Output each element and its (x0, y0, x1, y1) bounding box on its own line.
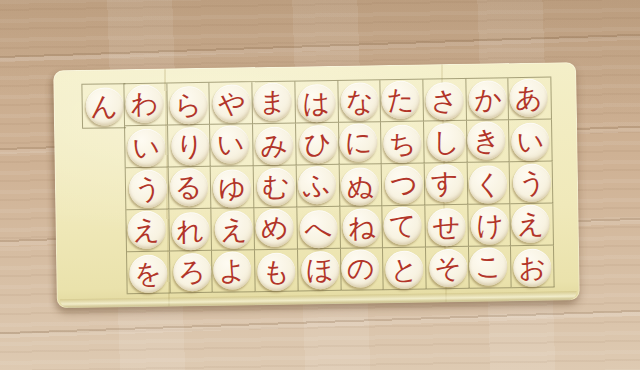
kana-tile[interactable]: い (127, 128, 166, 167)
kana-tile[interactable]: く (469, 165, 508, 204)
grid-cell: ろ (170, 251, 213, 294)
grid-cell: ね (340, 206, 383, 249)
grid-cell: い (210, 124, 253, 167)
kana-tile[interactable]: と (385, 250, 424, 289)
grid-cell: む (254, 165, 297, 208)
kana-tile[interactable]: の (341, 249, 380, 288)
grid-cell: せ (425, 205, 468, 248)
kana-tile[interactable]: り (171, 126, 210, 165)
grid-cell: か (466, 78, 509, 121)
grid-cell: た (381, 79, 424, 122)
kana-tile[interactable]: ま (253, 82, 292, 121)
kana-tile[interactable]: て (383, 206, 422, 245)
kana-tile[interactable]: ゆ (213, 169, 252, 208)
kana-tile[interactable]: け (471, 206, 510, 245)
kana-tile[interactable]: は (297, 83, 336, 122)
kana-tile[interactable]: を (129, 254, 168, 293)
grid-cell: す (425, 163, 468, 206)
grid-cell: や (210, 82, 253, 125)
grid-cell: ゆ (211, 166, 254, 209)
grid-cell: ぬ (339, 164, 382, 207)
grid-cell: を (127, 251, 170, 294)
hiragana-board: ん わらやまはなたさかあいりいみひにちしきいうるゆむふぬつすくうえれえめへねてせ… (53, 62, 580, 308)
kana-tile[interactable]: み (255, 126, 294, 165)
board-grid: わらやまはなたさかあいりいみひにちしきいうるゆむふぬつすくうえれえめへねてせけえ… (123, 76, 554, 294)
kana-tile[interactable]: こ (469, 247, 508, 286)
grid-cell: わ (124, 84, 167, 127)
grid-cell: こ (469, 246, 512, 289)
kana-tile[interactable]: な (341, 82, 380, 121)
kana-tile[interactable]: や (213, 84, 252, 123)
kana-tile[interactable]: ほ (301, 250, 340, 289)
grid-cell: よ (212, 250, 255, 293)
grid-cell: り (168, 125, 211, 168)
kana-tile[interactable]: ぬ (341, 167, 380, 206)
kana-tile[interactable]: い (511, 122, 550, 161)
kana-tile[interactable]: あ (509, 78, 548, 117)
kana-tile[interactable]: え (511, 204, 550, 243)
kana-tile[interactable]: さ (425, 81, 464, 120)
kana-tile[interactable]: れ (171, 211, 210, 250)
grid-cell: ち (381, 121, 424, 164)
grid-cell: く (467, 162, 510, 205)
kana-tile[interactable]: す (425, 163, 464, 202)
grid-cell: ふ (296, 165, 339, 208)
grid-cell: え (511, 203, 554, 246)
kana-tile[interactable]: わ (125, 84, 164, 123)
grid-cell: い (125, 126, 168, 169)
grid-cell: き (467, 120, 510, 163)
grid-cell: う (510, 161, 553, 204)
grid-cell: と (383, 247, 426, 290)
grid-cell: な (338, 80, 381, 123)
kana-tile[interactable]: え (127, 210, 166, 249)
kana-tile[interactable]: も (257, 252, 296, 291)
grid-cell: け (468, 204, 511, 247)
grid-cell: の (340, 248, 383, 291)
kana-tile[interactable]: し (427, 122, 466, 161)
grid-cell: み (253, 123, 296, 166)
grid-cell: ら (167, 83, 210, 126)
kana-tile[interactable]: う (129, 169, 168, 208)
kana-tile[interactable]: か (469, 80, 508, 119)
grid-cell: え (126, 209, 169, 252)
grid-cell: れ (169, 209, 212, 252)
grid-cell: お (511, 245, 554, 288)
kana-tile[interactable]: え (215, 210, 254, 249)
kana-tile[interactable]: う (513, 163, 552, 202)
kana-tile[interactable]: ら (169, 85, 208, 124)
grid-cell: そ (426, 247, 469, 290)
grid-cell: さ (423, 79, 466, 122)
kana-tile[interactable]: ふ (297, 165, 336, 204)
kana-tile[interactable]: め (255, 208, 294, 247)
grid-cell: る (168, 167, 211, 210)
kana-tile[interactable]: ん (85, 87, 124, 126)
grid-cell: う (126, 168, 169, 211)
grid-cell: あ (509, 77, 552, 120)
kana-tile[interactable]: そ (429, 248, 468, 287)
kana-tile[interactable]: よ (213, 251, 252, 290)
grid-cell: に (339, 122, 382, 165)
kana-tile[interactable]: ろ (173, 252, 212, 291)
kana-tile[interactable]: お (513, 248, 552, 287)
kana-tile[interactable]: い (211, 125, 250, 164)
grid-cell: は (295, 81, 338, 124)
grid-cell: つ (382, 163, 425, 206)
grid-cell: え (212, 208, 255, 251)
grid-cell: て (383, 205, 426, 248)
kana-tile[interactable]: む (257, 167, 296, 206)
kana-tile[interactable]: せ (427, 207, 466, 246)
grid-cell: へ (297, 207, 340, 250)
grid-cell: し (424, 121, 467, 164)
grid-cell: も (255, 249, 298, 292)
grid-cell: い (509, 119, 552, 162)
grid-cell: ひ (296, 123, 339, 166)
kana-tile[interactable]: に (339, 123, 378, 162)
grid-cell: ほ (298, 249, 341, 292)
kana-tile[interactable]: ひ (299, 124, 338, 163)
grid-cell: め (254, 207, 297, 250)
kana-tile[interactable]: ね (343, 208, 382, 247)
kana-tile[interactable]: た (381, 80, 420, 119)
grid-cell: ま (252, 82, 295, 125)
n-tile-cell: ん (81, 83, 126, 129)
kana-tile[interactable]: き (467, 121, 506, 160)
kana-tile[interactable]: へ (299, 209, 338, 248)
kana-tile[interactable]: る (169, 167, 208, 206)
kana-tile[interactable]: ち (383, 124, 422, 163)
kana-tile[interactable]: つ (385, 165, 424, 204)
